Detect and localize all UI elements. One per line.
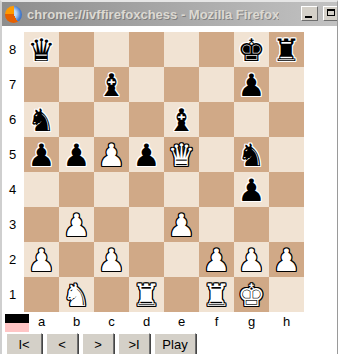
- square-h6[interactable]: [269, 102, 304, 137]
- file-label-a: a: [24, 313, 59, 331]
- square-g3[interactable]: [234, 207, 269, 242]
- piece-wr-d1[interactable]: ♜: [129, 277, 164, 312]
- square-e1[interactable]: [164, 277, 199, 312]
- maximize-icon: [327, 9, 335, 16]
- window-title: chrome://ivffirefoxchess - Mozilla Firef…: [27, 7, 279, 22]
- piece-wp-g2[interactable]: ♟: [234, 242, 269, 277]
- piece-bp-g4[interactable]: ♟: [234, 172, 269, 207]
- square-d5[interactable]: ♟: [129, 137, 164, 172]
- square-e8[interactable]: [164, 32, 199, 67]
- file-label-h: h: [269, 313, 304, 331]
- square-h3[interactable]: [269, 207, 304, 242]
- rank-label-8: 8: [2, 32, 23, 67]
- piece-bp-d5[interactable]: ♟: [129, 137, 164, 172]
- square-d6[interactable]: [129, 102, 164, 137]
- firefox-window: chrome://ivffirefoxchess - Mozilla Firef…: [0, 0, 338, 354]
- piece-wp-f2[interactable]: ♟: [199, 242, 234, 277]
- square-a4[interactable]: [24, 172, 59, 207]
- piece-bp-g7[interactable]: ♟: [234, 67, 269, 102]
- square-f8[interactable]: [199, 32, 234, 67]
- piece-bb-c7[interactable]: ♝: [94, 67, 129, 102]
- square-a6[interactable]: ♞: [24, 102, 59, 137]
- file-label-c: c: [94, 313, 129, 331]
- square-c3[interactable]: [94, 207, 129, 242]
- square-g7[interactable]: ♟: [234, 67, 269, 102]
- rank-label-4: 4: [2, 172, 23, 207]
- piece-wp-c5[interactable]: ♟: [94, 137, 129, 172]
- square-e2[interactable]: [164, 242, 199, 277]
- file-label-g: g: [234, 313, 269, 331]
- piece-wp-c2[interactable]: ♟: [94, 242, 129, 277]
- square-f1[interactable]: ♜: [199, 277, 234, 312]
- rank-label-7: 7: [2, 67, 23, 102]
- file-label-e: e: [164, 313, 199, 331]
- square-c2[interactable]: ♟: [94, 242, 129, 277]
- rank-label-6: 6: [2, 102, 23, 137]
- piece-bp-b5[interactable]: ♟: [59, 137, 94, 172]
- rank-label-2: 2: [2, 242, 23, 277]
- square-a7[interactable]: [24, 67, 59, 102]
- square-c8[interactable]: [94, 32, 129, 67]
- piece-bp-a5[interactable]: ♟: [24, 137, 59, 172]
- square-b4[interactable]: [59, 172, 94, 207]
- piece-wp-e3[interactable]: ♟: [164, 207, 199, 242]
- button-Iprev[interactable]: I<: [6, 333, 42, 354]
- square-f3[interactable]: [199, 207, 234, 242]
- square-a8[interactable]: ♛: [24, 32, 59, 67]
- square-h7[interactable]: [269, 67, 304, 102]
- square-h1[interactable]: [269, 277, 304, 312]
- square-d4[interactable]: [129, 172, 164, 207]
- turn-indicator-black: [5, 314, 29, 323]
- square-f4[interactable]: [199, 172, 234, 207]
- rank-label-5: 5: [2, 137, 23, 172]
- square-b8[interactable]: [59, 32, 94, 67]
- button-nextI[interactable]: >I: [118, 333, 150, 354]
- square-a3[interactable]: [24, 207, 59, 242]
- square-c7[interactable]: ♝: [94, 67, 129, 102]
- square-f6[interactable]: [199, 102, 234, 137]
- square-b2[interactable]: [59, 242, 94, 277]
- square-d7[interactable]: [129, 67, 164, 102]
- square-g4[interactable]: ♟: [234, 172, 269, 207]
- square-e4[interactable]: [164, 172, 199, 207]
- file-label-b: b: [59, 313, 94, 331]
- piece-wn-b1[interactable]: ♞: [59, 277, 94, 312]
- piece-bb-e6[interactable]: ♝: [164, 102, 199, 137]
- square-b7[interactable]: [59, 67, 94, 102]
- square-f5[interactable]: [199, 137, 234, 172]
- piece-wp-b3[interactable]: ♟: [59, 207, 94, 242]
- square-b1[interactable]: ♞: [59, 277, 94, 312]
- button-Play[interactable]: Play: [154, 333, 196, 354]
- piece-bk-g8[interactable]: ♚: [234, 32, 269, 67]
- firefox-icon: [5, 6, 22, 23]
- square-c4[interactable]: [94, 172, 129, 207]
- square-g5[interactable]: ♞: [234, 137, 269, 172]
- piece-bq-a8[interactable]: ♛: [24, 32, 59, 67]
- piece-bn-g5[interactable]: ♞: [234, 137, 269, 172]
- playback-controls: I<<>>IPlay: [6, 333, 200, 354]
- square-a1[interactable]: [24, 277, 59, 312]
- piece-wk-g1[interactable]: ♚: [234, 277, 269, 312]
- rank-label-3: 3: [2, 207, 23, 242]
- square-h2[interactable]: ♟: [269, 242, 304, 277]
- square-a5[interactable]: ♟: [24, 137, 59, 172]
- square-d2[interactable]: [129, 242, 164, 277]
- square-d8[interactable]: [129, 32, 164, 67]
- rank-labels: 87654321: [2, 32, 23, 312]
- piece-wp-h2[interactable]: ♟: [269, 242, 304, 277]
- minimize-icon: [305, 16, 312, 18]
- piece-wq-e5[interactable]: ♛: [164, 137, 199, 172]
- button-next[interactable]: >: [82, 333, 114, 354]
- file-label-d: d: [129, 313, 164, 331]
- square-d1[interactable]: ♜: [129, 277, 164, 312]
- piece-br-h8[interactable]: ♜: [269, 32, 304, 67]
- square-g2[interactable]: ♟: [234, 242, 269, 277]
- square-b3[interactable]: ♟: [59, 207, 94, 242]
- square-e5[interactable]: ♛: [164, 137, 199, 172]
- square-c5[interactable]: ♟: [94, 137, 129, 172]
- piece-wp-a2[interactable]: ♟: [24, 242, 59, 277]
- square-h4[interactable]: [269, 172, 304, 207]
- square-h8[interactable]: ♜: [269, 32, 304, 67]
- file-labels: abcdefgh: [24, 313, 304, 331]
- turn-indicator-white: [5, 323, 29, 332]
- minimize-button[interactable]: [301, 6, 318, 21]
- piece-bn-a6[interactable]: ♞: [24, 102, 59, 137]
- square-b5[interactable]: ♟: [59, 137, 94, 172]
- square-g1[interactable]: ♚: [234, 277, 269, 312]
- square-e7[interactable]: [164, 67, 199, 102]
- file-label-f: f: [199, 313, 234, 331]
- square-b6[interactable]: [59, 102, 94, 137]
- square-f7[interactable]: [199, 67, 234, 102]
- square-c1[interactable]: [94, 277, 129, 312]
- maximize-button[interactable]: [323, 6, 338, 21]
- square-g6[interactable]: [234, 102, 269, 137]
- turn-indicator: [5, 314, 29, 332]
- square-e3[interactable]: ♟: [164, 207, 199, 242]
- button-prev[interactable]: <: [46, 333, 78, 354]
- square-f2[interactable]: ♟: [199, 242, 234, 277]
- square-g8[interactable]: ♚: [234, 32, 269, 67]
- chess-board: ♛♚♜♝♟♞♝♟♟♟♟♛♞♟♟♟♟♟♟♟♟♞♜♜♚: [24, 32, 304, 312]
- square-e6[interactable]: ♝: [164, 102, 199, 137]
- piece-wr-f1[interactable]: ♜: [199, 277, 234, 312]
- square-c6[interactable]: [94, 102, 129, 137]
- title-bar: chrome://ivffirefoxchess - Mozilla Firef…: [2, 2, 337, 26]
- square-a2[interactable]: ♟: [24, 242, 59, 277]
- square-d3[interactable]: [129, 207, 164, 242]
- rank-label-1: 1: [2, 277, 23, 312]
- square-h5[interactable]: [269, 137, 304, 172]
